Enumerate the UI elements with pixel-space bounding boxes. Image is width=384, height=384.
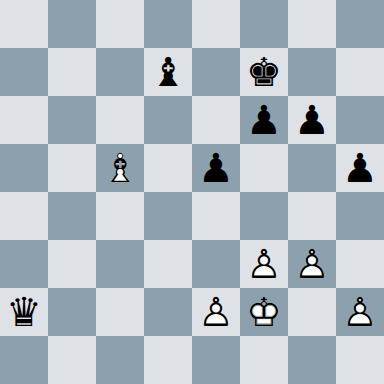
square-e2[interactable]: ♟♙ (192, 288, 240, 336)
square-b3[interactable] (48, 240, 96, 288)
square-f7[interactable]: ♚ (240, 48, 288, 96)
square-c7[interactable] (96, 48, 144, 96)
square-g1[interactable] (288, 336, 336, 384)
square-f6[interactable]: ♟ (240, 96, 288, 144)
square-d3[interactable] (144, 240, 192, 288)
piece-outline-layer: ♙ (336, 288, 384, 336)
square-b8[interactable] (48, 0, 96, 48)
square-g7[interactable] (288, 48, 336, 96)
black-bishop-piece[interactable]: ♝ (144, 48, 192, 96)
square-c1[interactable] (96, 336, 144, 384)
square-h1[interactable] (336, 336, 384, 384)
square-c4[interactable] (96, 192, 144, 240)
square-e3[interactable] (192, 240, 240, 288)
piece-outline-layer: ♙ (240, 240, 288, 288)
square-b6[interactable] (48, 96, 96, 144)
square-c5[interactable]: ♝♗ (96, 144, 144, 192)
square-a5[interactable] (0, 144, 48, 192)
white-king-piece[interactable]: ♚♔ (240, 288, 288, 336)
black-pawn-piece[interactable]: ♟ (192, 144, 240, 192)
square-c6[interactable] (96, 96, 144, 144)
square-a8[interactable] (0, 0, 48, 48)
square-b1[interactable] (48, 336, 96, 384)
square-d6[interactable] (144, 96, 192, 144)
square-e8[interactable] (192, 0, 240, 48)
square-a2[interactable]: ♛ (0, 288, 48, 336)
square-e4[interactable] (192, 192, 240, 240)
square-h7[interactable] (336, 48, 384, 96)
black-pawn-piece[interactable]: ♟ (240, 96, 288, 144)
square-d2[interactable] (144, 288, 192, 336)
square-e7[interactable] (192, 48, 240, 96)
square-g4[interactable] (288, 192, 336, 240)
white-bishop-piece[interactable]: ♝♗ (96, 144, 144, 192)
square-h5[interactable]: ♟ (336, 144, 384, 192)
square-c8[interactable] (96, 0, 144, 48)
square-a6[interactable] (0, 96, 48, 144)
chess-board: ♝♚♟♟♝♗♟♟♟♙♟♙♛♟♙♚♔♟♙ (0, 0, 384, 384)
square-b7[interactable] (48, 48, 96, 96)
square-b5[interactable] (48, 144, 96, 192)
square-f5[interactable] (240, 144, 288, 192)
square-a4[interactable] (0, 192, 48, 240)
white-pawn-piece[interactable]: ♟♙ (336, 288, 384, 336)
square-f4[interactable] (240, 192, 288, 240)
square-f1[interactable] (240, 336, 288, 384)
square-g6[interactable]: ♟ (288, 96, 336, 144)
square-f3[interactable]: ♟♙ (240, 240, 288, 288)
square-f2[interactable]: ♚♔ (240, 288, 288, 336)
square-e1[interactable] (192, 336, 240, 384)
square-d1[interactable] (144, 336, 192, 384)
square-g8[interactable] (288, 0, 336, 48)
piece-outline-layer: ♗ (96, 144, 144, 192)
square-g3[interactable]: ♟♙ (288, 240, 336, 288)
piece-outline-layer: ♔ (240, 288, 288, 336)
square-h8[interactable] (336, 0, 384, 48)
square-a7[interactable] (0, 48, 48, 96)
black-queen-piece[interactable]: ♛ (0, 288, 48, 336)
square-g2[interactable] (288, 288, 336, 336)
square-h6[interactable] (336, 96, 384, 144)
black-king-piece[interactable]: ♚ (240, 48, 288, 96)
square-h4[interactable] (336, 192, 384, 240)
square-d5[interactable] (144, 144, 192, 192)
piece-outline-layer: ♙ (192, 288, 240, 336)
square-a1[interactable] (0, 336, 48, 384)
square-d4[interactable] (144, 192, 192, 240)
square-g5[interactable] (288, 144, 336, 192)
square-d8[interactable] (144, 0, 192, 48)
square-c2[interactable] (96, 288, 144, 336)
white-pawn-piece[interactable]: ♟♙ (240, 240, 288, 288)
white-pawn-piece[interactable]: ♟♙ (288, 240, 336, 288)
black-pawn-piece[interactable]: ♟ (336, 144, 384, 192)
square-h2[interactable]: ♟♙ (336, 288, 384, 336)
white-pawn-piece[interactable]: ♟♙ (192, 288, 240, 336)
piece-outline-layer: ♙ (288, 240, 336, 288)
square-b2[interactable] (48, 288, 96, 336)
square-e6[interactable] (192, 96, 240, 144)
square-h3[interactable] (336, 240, 384, 288)
square-c3[interactable] (96, 240, 144, 288)
square-a3[interactable] (0, 240, 48, 288)
black-pawn-piece[interactable]: ♟ (288, 96, 336, 144)
square-e5[interactable]: ♟ (192, 144, 240, 192)
square-b4[interactable] (48, 192, 96, 240)
square-d7[interactable]: ♝ (144, 48, 192, 96)
square-f8[interactable] (240, 0, 288, 48)
